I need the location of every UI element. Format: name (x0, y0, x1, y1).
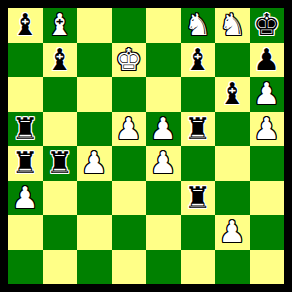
square-b2[interactable] (43, 215, 78, 250)
square-f5[interactable]: ♜ (181, 112, 216, 147)
white-knight[interactable]: ♞ (219, 8, 246, 42)
square-g2[interactable]: ♟ (215, 215, 250, 250)
square-h3[interactable] (250, 181, 285, 216)
black-bishop[interactable]: ♝ (46, 43, 73, 77)
square-a5[interactable]: ♜ (8, 112, 43, 147)
square-b6[interactable] (43, 77, 78, 112)
square-h6[interactable]: ♟ (250, 77, 285, 112)
square-a3[interactable]: ♟ (8, 181, 43, 216)
square-c5[interactable] (77, 112, 112, 147)
white-knight[interactable]: ♞ (184, 8, 211, 42)
square-a6[interactable] (8, 77, 43, 112)
square-d1[interactable] (112, 250, 147, 285)
square-d4[interactable] (112, 146, 147, 181)
black-rook[interactable]: ♜ (46, 146, 73, 180)
square-e1[interactable] (146, 250, 181, 285)
square-g8[interactable]: ♞ (215, 8, 250, 43)
chess-board: ♝♝♞♞♚♝♚♝♟♝♟♜♟♟♜♟♜♜♟♟♟♜♟ (8, 8, 284, 284)
black-pawn[interactable]: ♟ (253, 43, 280, 77)
square-f1[interactable] (181, 250, 216, 285)
white-bishop[interactable]: ♝ (46, 8, 73, 42)
square-h8[interactable]: ♚ (250, 8, 285, 43)
square-c4[interactable]: ♟ (77, 146, 112, 181)
square-d8[interactable] (112, 8, 147, 43)
white-pawn[interactable]: ♟ (81, 146, 108, 180)
square-f7[interactable]: ♝ (181, 43, 216, 78)
white-pawn[interactable]: ♟ (253, 112, 280, 146)
square-e8[interactable] (146, 8, 181, 43)
black-bishop[interactable]: ♝ (219, 77, 246, 111)
square-a7[interactable] (8, 43, 43, 78)
white-king[interactable]: ♚ (115, 43, 142, 77)
square-g6[interactable]: ♝ (215, 77, 250, 112)
square-c7[interactable] (77, 43, 112, 78)
square-d6[interactable] (112, 77, 147, 112)
square-c1[interactable] (77, 250, 112, 285)
square-d5[interactable]: ♟ (112, 112, 147, 147)
square-g5[interactable] (215, 112, 250, 147)
square-e3[interactable] (146, 181, 181, 216)
square-f6[interactable] (181, 77, 216, 112)
black-rook[interactable]: ♜ (12, 146, 39, 180)
square-c2[interactable] (77, 215, 112, 250)
square-e5[interactable]: ♟ (146, 112, 181, 147)
square-g1[interactable] (215, 250, 250, 285)
square-a2[interactable] (8, 215, 43, 250)
white-pawn[interactable]: ♟ (12, 181, 39, 215)
square-h4[interactable] (250, 146, 285, 181)
black-king[interactable]: ♚ (253, 8, 280, 42)
square-h1[interactable] (250, 250, 285, 285)
square-a8[interactable]: ♝ (8, 8, 43, 43)
board-frame: ♝♝♞♞♚♝♚♝♟♝♟♜♟♟♜♟♜♜♟♟♟♜♟ (0, 0, 292, 292)
square-e7[interactable] (146, 43, 181, 78)
square-g7[interactable] (215, 43, 250, 78)
square-d7[interactable]: ♚ (112, 43, 147, 78)
black-rook[interactable]: ♜ (184, 112, 211, 146)
black-bishop[interactable]: ♝ (12, 8, 39, 42)
square-f3[interactable]: ♜ (181, 181, 216, 216)
square-e6[interactable] (146, 77, 181, 112)
square-c8[interactable] (77, 8, 112, 43)
black-bishop[interactable]: ♝ (184, 43, 211, 77)
square-c6[interactable] (77, 77, 112, 112)
black-rook[interactable]: ♜ (184, 181, 211, 215)
white-pawn[interactable]: ♟ (253, 77, 280, 111)
square-f4[interactable] (181, 146, 216, 181)
square-h7[interactable]: ♟ (250, 43, 285, 78)
square-a1[interactable] (8, 250, 43, 285)
square-e4[interactable]: ♟ (146, 146, 181, 181)
square-b4[interactable]: ♜ (43, 146, 78, 181)
square-h5[interactable]: ♟ (250, 112, 285, 147)
white-pawn[interactable]: ♟ (150, 146, 177, 180)
square-a4[interactable]: ♜ (8, 146, 43, 181)
white-pawn[interactable]: ♟ (115, 112, 142, 146)
square-b7[interactable]: ♝ (43, 43, 78, 78)
white-pawn[interactable]: ♟ (150, 112, 177, 146)
square-b8[interactable]: ♝ (43, 8, 78, 43)
square-b1[interactable] (43, 250, 78, 285)
square-b3[interactable] (43, 181, 78, 216)
square-h2[interactable] (250, 215, 285, 250)
square-g3[interactable] (215, 181, 250, 216)
black-rook[interactable]: ♜ (12, 112, 39, 146)
square-e2[interactable] (146, 215, 181, 250)
square-d2[interactable] (112, 215, 147, 250)
square-f2[interactable] (181, 215, 216, 250)
square-f8[interactable]: ♞ (181, 8, 216, 43)
square-b5[interactable] (43, 112, 78, 147)
square-c3[interactable] (77, 181, 112, 216)
white-pawn[interactable]: ♟ (219, 215, 246, 249)
square-g4[interactable] (215, 146, 250, 181)
square-d3[interactable] (112, 181, 147, 216)
